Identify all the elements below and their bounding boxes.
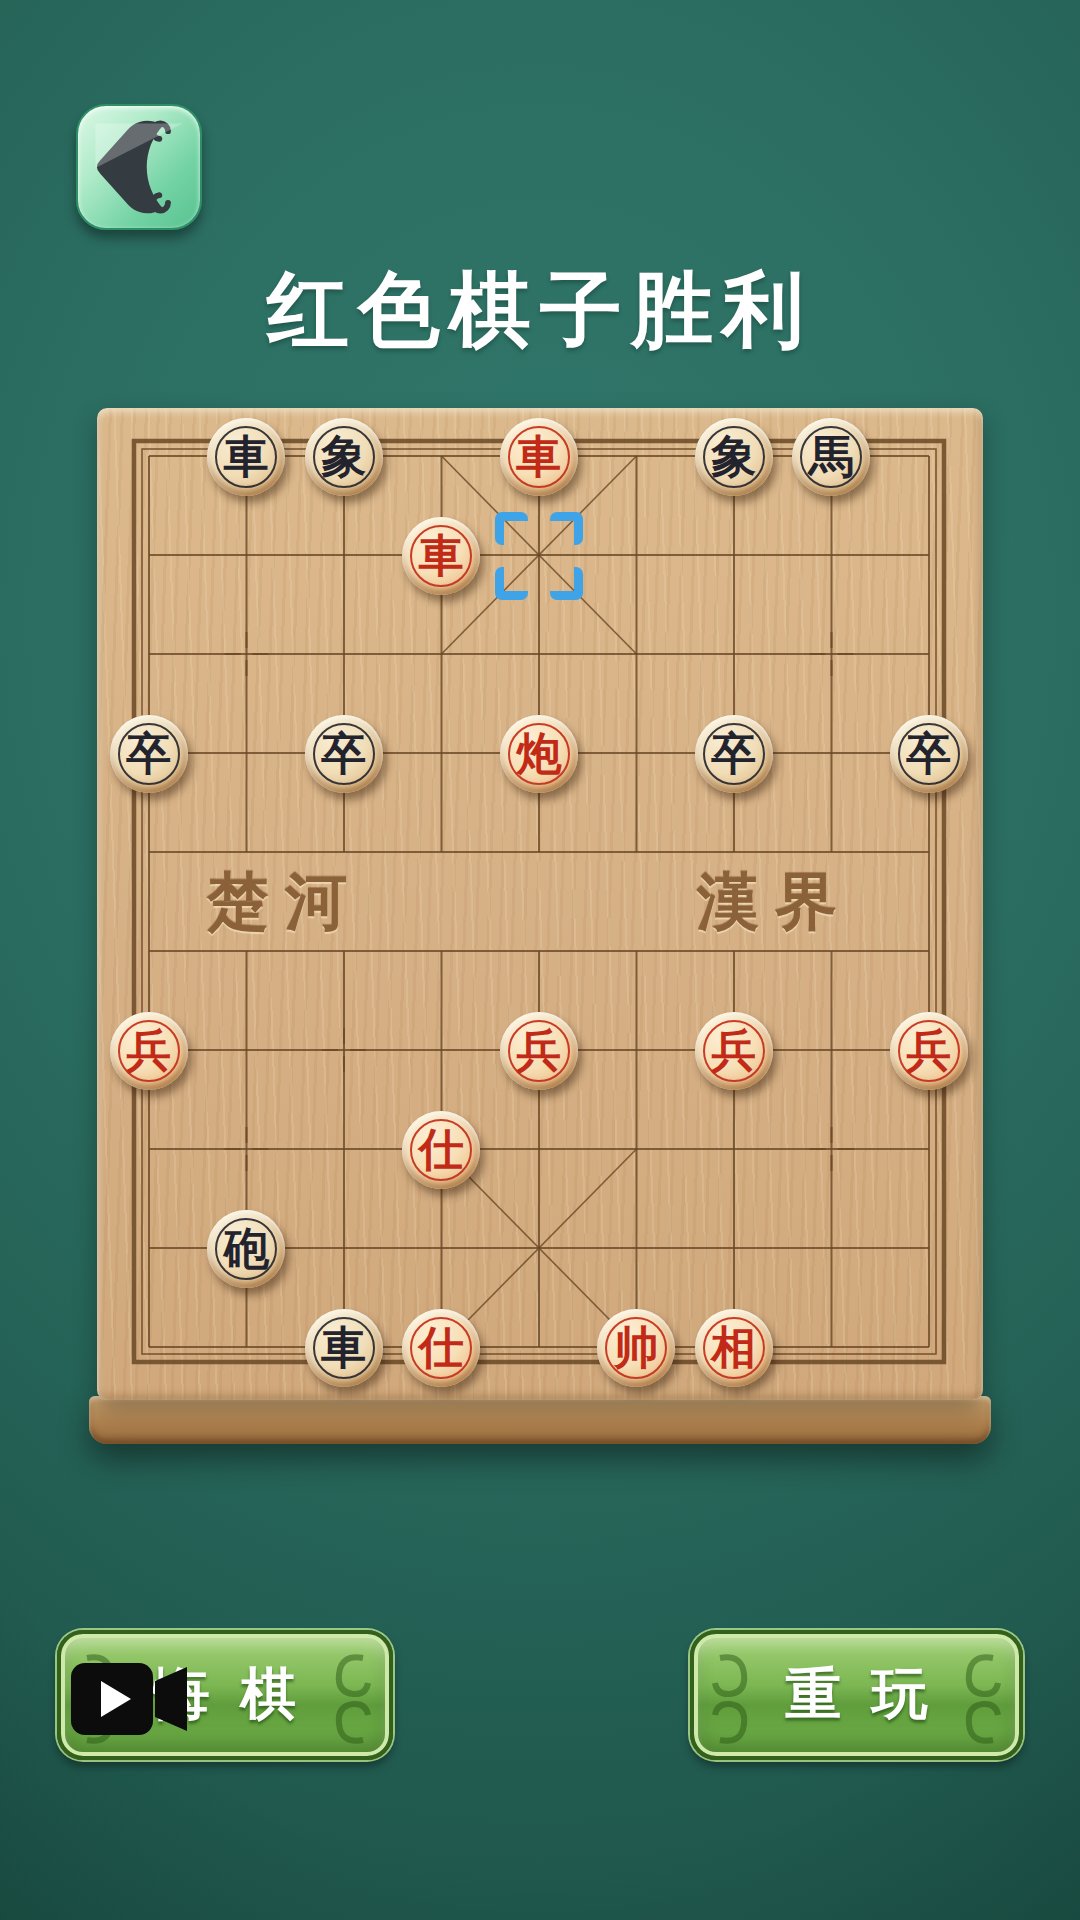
piece-glyph: 砲 [224, 1227, 269, 1272]
victory-title: 红色棋子胜利 [0, 256, 1080, 366]
piece-red-soldier[interactable]: 兵 [500, 1012, 578, 1090]
last-move-highlight [495, 512, 583, 600]
piece-black-elephant[interactable]: 象 [695, 418, 773, 496]
piece-red-advisor[interactable]: 仕 [402, 1111, 480, 1189]
replay-button[interactable]: 重玩 [690, 1630, 1023, 1760]
piece-glyph: 兵 [516, 1029, 561, 1074]
replay-button-label: 重玩 [694, 1634, 1019, 1756]
piece-black-soldier[interactable]: 卒 [110, 715, 188, 793]
back-arrow-icon [78, 106, 200, 228]
piece-black-cannon[interactable]: 砲 [207, 1210, 285, 1288]
highlight-corner-icon [550, 512, 583, 545]
piece-glyph: 車 [516, 435, 561, 480]
piece-glyph: 兵 [711, 1029, 756, 1074]
piece-glyph: 炮 [516, 732, 561, 777]
piece-glyph: 象 [321, 435, 366, 480]
piece-red-soldier[interactable]: 兵 [890, 1012, 968, 1090]
board-surface: 楚河 漢界 車象車象馬車卒卒炮卒卒兵兵兵兵仕砲車仕帅相 [97, 408, 983, 1400]
highlight-corner-icon [495, 512, 528, 545]
highlight-corner-icon [550, 567, 583, 600]
piece-glyph: 兵 [906, 1029, 951, 1074]
piece-black-soldier[interactable]: 卒 [890, 715, 968, 793]
piece-glyph: 象 [711, 435, 756, 480]
piece-glyph: 卒 [126, 732, 171, 777]
piece-red-chariot[interactable]: 車 [500, 418, 578, 496]
piece-glyph: 車 [419, 534, 464, 579]
piece-glyph: 帅 [614, 1326, 659, 1371]
piece-red-cannon[interactable]: 炮 [500, 715, 578, 793]
piece-glyph: 卒 [906, 732, 951, 777]
piece-black-elephant[interactable]: 象 [305, 418, 383, 496]
piece-glyph: 車 [224, 435, 269, 480]
piece-black-chariot[interactable]: 車 [207, 418, 285, 496]
board-bevel-edge [89, 1396, 991, 1444]
piece-glyph: 仕 [419, 1128, 464, 1173]
piece-red-soldier[interactable]: 兵 [110, 1012, 188, 1090]
piece-glyph: 車 [321, 1326, 366, 1371]
piece-red-chariot[interactable]: 車 [402, 517, 480, 595]
piece-black-horse[interactable]: 馬 [792, 418, 870, 496]
piece-red-elephant[interactable]: 相 [695, 1309, 773, 1387]
piece-glyph: 相 [711, 1326, 756, 1371]
piece-red-advisor[interactable]: 仕 [402, 1309, 480, 1387]
piece-grid: 車象車象馬車卒卒炮卒卒兵兵兵兵仕砲車仕帅相 [100, 407, 978, 1397]
piece-black-chariot[interactable]: 車 [305, 1309, 383, 1387]
video-camera-icon [69, 1653, 195, 1745]
piece-glyph: 卒 [711, 732, 756, 777]
highlight-corner-icon [495, 567, 528, 600]
piece-red-general[interactable]: 帅 [597, 1309, 675, 1387]
piece-glyph: 馬 [809, 435, 854, 480]
xiangqi-board[interactable]: 楚河 漢界 車象車象馬車卒卒炮卒卒兵兵兵兵仕砲車仕帅相 [97, 408, 983, 1444]
back-button[interactable] [76, 104, 202, 230]
piece-black-soldier[interactable]: 卒 [695, 715, 773, 793]
piece-glyph: 兵 [126, 1029, 171, 1074]
piece-red-soldier[interactable]: 兵 [695, 1012, 773, 1090]
piece-black-soldier[interactable]: 卒 [305, 715, 383, 793]
piece-glyph: 仕 [419, 1326, 464, 1371]
undo-button[interactable]: 悔棋 [57, 1630, 393, 1760]
piece-glyph: 卒 [321, 732, 366, 777]
